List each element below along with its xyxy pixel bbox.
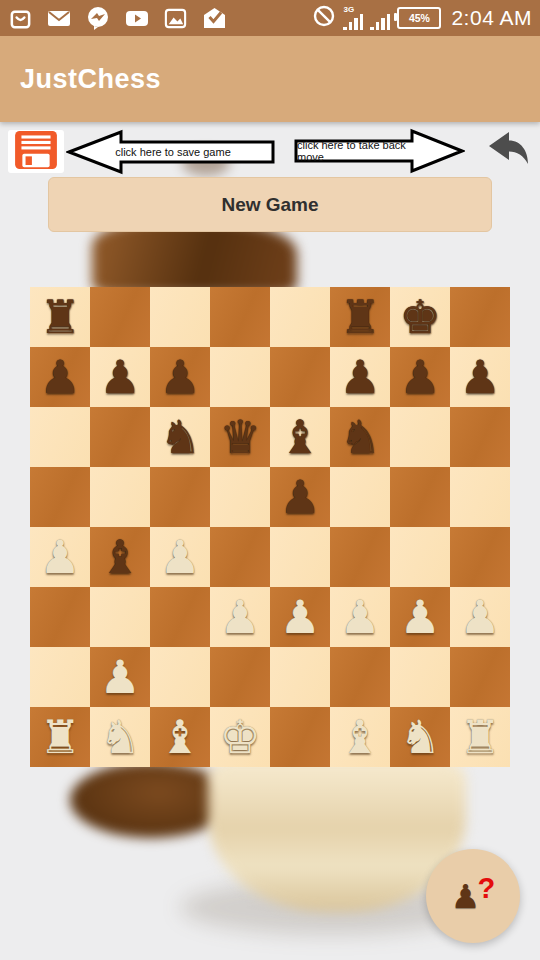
square-b1[interactable]: ♞ <box>90 707 150 767</box>
white-pawn: ♟ <box>339 587 380 647</box>
takeback-hint-arrow: click here to take back move <box>293 128 465 174</box>
square-f5[interactable] <box>330 467 390 527</box>
square-g5[interactable] <box>390 467 450 527</box>
square-d6[interactable]: ♛ <box>210 407 270 467</box>
black-knight: ♞ <box>339 407 380 467</box>
square-b4[interactable]: ♝ <box>90 527 150 587</box>
square-g3[interactable]: ♟ <box>390 587 450 647</box>
clock: 2:04 AM <box>451 6 532 30</box>
square-h5[interactable] <box>450 467 510 527</box>
square-c5[interactable] <box>150 467 210 527</box>
square-h2[interactable] <box>450 647 510 707</box>
white-rook: ♜ <box>459 707 500 767</box>
square-c1[interactable]: ♝ <box>150 707 210 767</box>
white-pawn: ♟ <box>159 527 200 587</box>
save-hint-arrow: click here to save game <box>66 129 276 175</box>
square-e2[interactable] <box>270 647 330 707</box>
black-queen: ♛ <box>219 407 260 467</box>
black-knight: ♞ <box>159 407 200 467</box>
white-king: ♚ <box>219 707 260 767</box>
square-g6[interactable] <box>390 407 450 467</box>
question-mark: ? <box>477 872 495 905</box>
square-a7[interactable]: ♟ <box>30 347 90 407</box>
app-screen: 3G 45% 2:04 AM JustChess click here to s… <box>0 0 540 960</box>
network-type-label: 3G <box>343 6 354 14</box>
square-f6[interactable]: ♞ <box>330 407 390 467</box>
white-pawn: ♟ <box>99 647 140 707</box>
square-g7[interactable]: ♟ <box>390 347 450 407</box>
square-f1[interactable]: ♝ <box>330 707 390 767</box>
white-rook: ♜ <box>39 707 80 767</box>
square-a5[interactable] <box>30 467 90 527</box>
mail-icon <box>46 5 72 31</box>
black-rook: ♜ <box>39 287 80 347</box>
square-e7[interactable] <box>270 347 330 407</box>
signal-3g-icon: 3G <box>343 6 363 30</box>
white-pawn: ♟ <box>219 587 260 647</box>
black-rook: ♜ <box>339 287 380 347</box>
square-b5[interactable] <box>90 467 150 527</box>
white-pawn: ♟ <box>459 587 500 647</box>
status-bar: 3G 45% 2:04 AM <box>0 0 540 36</box>
square-d3[interactable]: ♟ <box>210 587 270 647</box>
square-c4[interactable]: ♟ <box>150 527 210 587</box>
shopping-bag-icon <box>8 6 33 31</box>
black-pawn: ♟ <box>339 347 380 407</box>
square-b6[interactable] <box>90 407 150 467</box>
square-g2[interactable] <box>390 647 450 707</box>
square-a4[interactable]: ♟ <box>30 527 90 587</box>
square-g1[interactable]: ♞ <box>390 707 450 767</box>
white-knight: ♞ <box>99 707 140 767</box>
square-e3[interactable]: ♟ <box>270 587 330 647</box>
square-a3[interactable] <box>30 587 90 647</box>
square-a1[interactable]: ♜ <box>30 707 90 767</box>
square-d8[interactable] <box>210 287 270 347</box>
do-not-disturb-icon <box>312 4 336 32</box>
new-game-button[interactable]: New Game <box>48 177 492 232</box>
square-f3[interactable]: ♟ <box>330 587 390 647</box>
white-pawn: ♟ <box>399 587 440 647</box>
square-e6[interactable]: ♝ <box>270 407 330 467</box>
takeback-button[interactable] <box>480 126 534 178</box>
square-e5[interactable]: ♟ <box>270 467 330 527</box>
square-b3[interactable] <box>90 587 150 647</box>
black-pawn: ♟ <box>99 347 140 407</box>
square-d1[interactable]: ♚ <box>210 707 270 767</box>
square-h1[interactable]: ♜ <box>450 707 510 767</box>
app-header: JustChess <box>0 36 540 122</box>
square-f8[interactable]: ♜ <box>330 287 390 347</box>
square-d7[interactable] <box>210 347 270 407</box>
square-c3[interactable] <box>150 587 210 647</box>
black-pawn: ♟ <box>39 347 80 407</box>
square-a8[interactable]: ♜ <box>30 287 90 347</box>
square-d2[interactable] <box>210 647 270 707</box>
square-e4[interactable] <box>270 527 330 587</box>
signal-icon <box>370 6 390 30</box>
square-h4[interactable] <box>450 527 510 587</box>
white-bishop: ♝ <box>159 707 200 767</box>
square-f2[interactable] <box>330 647 390 707</box>
square-c7[interactable]: ♟ <box>150 347 210 407</box>
messenger-icon <box>85 5 111 31</box>
square-c2[interactable] <box>150 647 210 707</box>
save-floppy-icon <box>14 130 58 173</box>
square-a6[interactable] <box>30 407 90 467</box>
square-b8[interactable] <box>90 287 150 347</box>
white-knight: ♞ <box>399 707 440 767</box>
save-hint-text: click here to save game <box>98 129 248 175</box>
battery-percent: 45% <box>409 12 430 24</box>
square-f4[interactable] <box>330 527 390 587</box>
undo-arrow-icon <box>483 127 531 178</box>
white-pawn: ♟ <box>39 527 80 587</box>
square-e8[interactable] <box>270 287 330 347</box>
square-b7[interactable]: ♟ <box>90 347 150 407</box>
square-d5[interactable] <box>210 467 270 527</box>
black-king: ♚ <box>399 287 440 347</box>
pawn-icon: ♟ <box>451 877 481 916</box>
square-c6[interactable]: ♞ <box>150 407 210 467</box>
notification-icons <box>8 5 228 31</box>
black-bishop: ♝ <box>99 527 140 587</box>
gallery-icon <box>163 6 188 31</box>
square-h3[interactable]: ♟ <box>450 587 510 647</box>
white-bishop: ♝ <box>339 707 380 767</box>
black-pawn: ♟ <box>459 347 500 407</box>
youtube-icon <box>124 5 150 31</box>
white-pawn: ♟ <box>279 587 320 647</box>
square-c8[interactable] <box>150 287 210 347</box>
square-h8[interactable] <box>450 287 510 347</box>
square-h7[interactable]: ♟ <box>450 347 510 407</box>
status-indicators: 3G 45% 2:04 AM <box>312 4 532 32</box>
square-e1[interactable] <box>270 707 330 767</box>
square-g4[interactable] <box>390 527 450 587</box>
square-h6[interactable] <box>450 407 510 467</box>
black-pawn: ♟ <box>159 347 200 407</box>
black-pawn: ♟ <box>279 467 320 527</box>
app-title: JustChess <box>20 64 161 95</box>
black-pawn: ♟ <box>399 347 440 407</box>
battery-icon: 45% <box>397 7 441 29</box>
chess-board: ♜♜♚♟♟♟♟♟♟♞♛♝♞♟♟♝♟♟♟♟♟♟♟♜♞♝♚♝♞♜ <box>30 287 510 767</box>
help-fab-button[interactable]: ♟ ? <box>426 849 520 943</box>
mail-check-icon <box>201 5 228 31</box>
takeback-hint-text: click here to take back move <box>297 128 409 174</box>
square-g8[interactable]: ♚ <box>390 287 450 347</box>
square-a2[interactable] <box>30 647 90 707</box>
square-f7[interactable]: ♟ <box>330 347 390 407</box>
square-d4[interactable] <box>210 527 270 587</box>
black-bishop: ♝ <box>279 407 320 467</box>
square-b2[interactable]: ♟ <box>90 647 150 707</box>
save-game-button[interactable] <box>8 130 64 173</box>
